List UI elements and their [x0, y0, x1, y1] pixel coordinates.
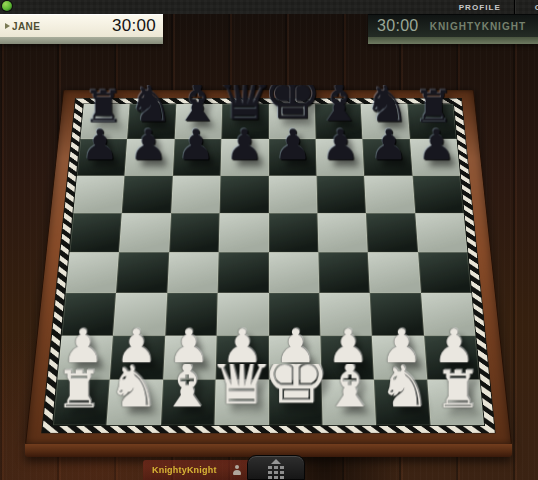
player-panel-black[interactable]: 30:00 KNIGHTYKNIGHT: [368, 14, 538, 44]
black-clock: 30:00: [377, 17, 419, 35]
black-pawn-d7[interactable]: ♟: [220, 120, 268, 175]
white-bar-accent: [0, 37, 163, 44]
black-pawn-e7[interactable]: ♟: [269, 120, 317, 175]
white-rook-a1[interactable]: ♜: [52, 364, 106, 426]
black-pawn-g7[interactable]: ♟: [365, 120, 413, 175]
black-pawn-c7[interactable]: ♟: [172, 120, 220, 175]
black-player-name: KNIGHTYKNIGHT: [430, 21, 526, 32]
menu-item-profile[interactable]: PROFILE: [459, 3, 501, 12]
white-clock: 30:00: [112, 16, 156, 36]
top-menu-bar: PROFILE O: [0, 0, 538, 14]
apps-grid-icon: [268, 466, 272, 469]
person-icon[interactable]: [232, 465, 242, 475]
menu-divider: [514, 0, 515, 14]
white-player-name-wrap: JANE: [5, 21, 40, 32]
board-pieces: ♜♞♝♛♚♝♞♜♟♟♟♟♟♟♟♟♟♟♟♟♟♟♟♟♜♞♝♛♚♝♞♜: [52, 103, 485, 426]
black-pawn-b7[interactable]: ♟: [124, 120, 172, 175]
game-menu-button[interactable]: [247, 455, 305, 480]
black-pawn-h7[interactable]: ♟: [413, 120, 461, 175]
opponent-tag-bar: KnightyKnight: [143, 460, 255, 480]
white-player-name: JANE: [12, 21, 40, 32]
white-player-bar: JANE 30:00: [0, 14, 163, 37]
opponent-name-label: KnightyKnight: [152, 465, 217, 475]
black-bar-accent: [368, 37, 538, 44]
white-bishop-f1[interactable]: ♝: [323, 364, 377, 426]
black-player-bar: 30:00 KNIGHTYKNIGHT: [368, 14, 538, 37]
expand-arrow-icon: [271, 459, 281, 464]
white-queen-d1[interactable]: ♛: [214, 364, 268, 426]
white-knight-b1[interactable]: ♞: [106, 364, 160, 426]
black-pawn-f7[interactable]: ♟: [317, 120, 365, 175]
turn-indicator-icon: [5, 23, 10, 29]
white-king-e1[interactable]: ♚: [269, 364, 323, 426]
white-knight-g1[interactable]: ♞: [377, 364, 431, 426]
app-window: PROFILE O JANE 30:00 30:00 KNIGHTYKNIGHT…: [0, 0, 538, 480]
white-bishop-c1[interactable]: ♝: [160, 364, 214, 426]
black-pawn-a7[interactable]: ♟: [76, 120, 124, 175]
white-rook-h1[interactable]: ♜: [431, 364, 485, 426]
chess-board: ♜♞♝♛♚♝♞♜♟♟♟♟♟♟♟♟♟♟♟♟♟♟♟♟♜♞♝♛♚♝♞♜: [25, 90, 512, 445]
player-panel-white[interactable]: JANE 30:00: [0, 14, 163, 44]
online-status-icon: [2, 1, 12, 11]
